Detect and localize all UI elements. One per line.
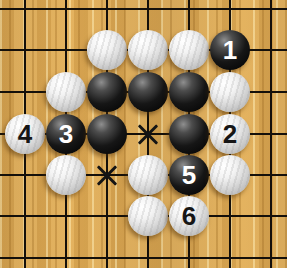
stone-black-6-2: 1 xyxy=(210,30,250,70)
x-mark-4-4[interactable] xyxy=(134,120,162,148)
move-number-label: 2 xyxy=(223,121,237,147)
stone-black-4-3 xyxy=(128,72,168,112)
stone-white-1-4: 4 xyxy=(5,114,45,154)
x-mark-3-5[interactable] xyxy=(93,161,121,189)
stone-black-5-5: 5 xyxy=(169,155,209,195)
stone-white-4-6 xyxy=(128,196,168,236)
stone-white-4-5 xyxy=(128,155,168,195)
grid-hline-1 xyxy=(0,8,287,10)
move-number-label: 5 xyxy=(182,162,196,188)
grid-hline-7 xyxy=(0,257,287,259)
stone-white-6-4: 2 xyxy=(210,114,250,154)
stone-white-4-2 xyxy=(128,30,168,70)
stone-white-6-5 xyxy=(210,155,250,195)
go-board[interactable]: 143256 xyxy=(0,0,287,268)
go-diagram: 143256 xyxy=(0,0,287,268)
move-number-label: 3 xyxy=(59,121,73,147)
stone-white-3-2 xyxy=(87,30,127,70)
move-number-label: 6 xyxy=(182,203,196,229)
stone-black-3-4 xyxy=(87,114,127,154)
stone-black-5-3 xyxy=(169,72,209,112)
stone-black-3-3 xyxy=(87,72,127,112)
move-number-label: 4 xyxy=(18,121,32,147)
stone-black-5-4 xyxy=(169,114,209,154)
stone-white-5-6: 6 xyxy=(169,196,209,236)
stone-white-2-5 xyxy=(46,155,86,195)
stone-black-2-4: 3 xyxy=(46,114,86,154)
move-number-label: 1 xyxy=(223,37,237,63)
stone-white-5-2 xyxy=(169,30,209,70)
stone-white-6-3 xyxy=(210,72,250,112)
stone-white-2-3 xyxy=(46,72,86,112)
